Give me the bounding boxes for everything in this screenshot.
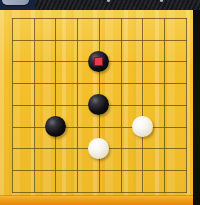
titlebar-left-panel xyxy=(0,0,35,10)
stone-grid[interactable] xyxy=(1,7,196,202)
go-board[interactable] xyxy=(0,10,200,205)
last-move-marker xyxy=(94,57,103,66)
titlebar-control-fragment[interactable] xyxy=(2,0,29,5)
titlebar xyxy=(0,0,200,10)
stone-black[interactable] xyxy=(88,94,109,115)
stone-black[interactable] xyxy=(88,51,109,72)
titlebar-speck xyxy=(160,0,163,2)
stone-white[interactable] xyxy=(88,138,109,159)
titlebar-speck xyxy=(107,0,110,2)
go-app-screen xyxy=(0,0,200,205)
stone-black[interactable] xyxy=(45,116,66,137)
stone-white[interactable] xyxy=(132,116,153,137)
